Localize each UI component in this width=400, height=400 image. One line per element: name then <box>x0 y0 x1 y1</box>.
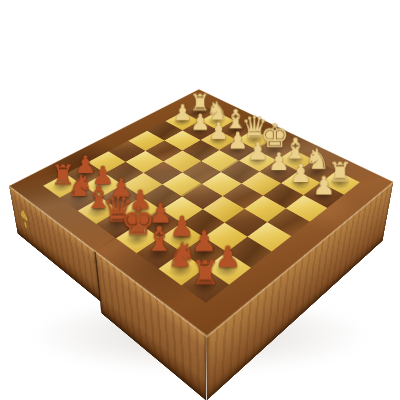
chess-set-photo: { "game": "chess", "position": { "fen": … <box>0 0 400 400</box>
brass-clasp-icon <box>17 203 32 235</box>
board-top-frame: ♜♞♝♛♚♝♞♜♟♟♟♟♟♟♟♟♟♟♟♟♟♟♟♟♜♞♝♛♚♝♞♜ <box>9 89 394 336</box>
piece-black-rook: ♜ <box>185 256 226 288</box>
piece-white-pawn: ♟ <box>306 173 341 199</box>
perspective-viewport: ♜♞♝♛♚♝♞♜♟♟♟♟♟♟♟♟♟♟♟♟♟♟♟♟♜♞♝♛♚♝♞♜ <box>0 0 400 400</box>
